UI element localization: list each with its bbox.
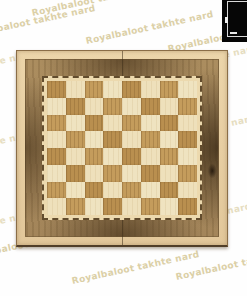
square-a2 xyxy=(47,182,66,199)
board-inlay-panel xyxy=(42,76,202,220)
square-f7 xyxy=(141,98,160,115)
square-g4 xyxy=(160,148,179,165)
square-d2 xyxy=(103,182,122,199)
olive-wood-frame xyxy=(25,59,219,237)
brand-logo-mark xyxy=(225,17,228,23)
square-a3 xyxy=(47,165,66,182)
square-e8 xyxy=(122,81,141,98)
square-f4 xyxy=(141,148,160,165)
square-h5 xyxy=(178,131,197,148)
square-d5 xyxy=(103,131,122,148)
square-a5 xyxy=(47,131,66,148)
product-photo: { "game": "chess", "position": { "fen": … xyxy=(0,0,247,296)
square-b6 xyxy=(66,115,85,132)
square-d8 xyxy=(103,81,122,98)
square-e6 xyxy=(122,115,141,132)
square-c8 xyxy=(85,81,104,98)
square-g5 xyxy=(160,131,179,148)
square-a1 xyxy=(47,198,66,215)
chess-board xyxy=(16,50,228,247)
square-a8 xyxy=(47,81,66,98)
board-outer-edge xyxy=(16,50,228,247)
square-g3 xyxy=(160,165,179,182)
board-grid xyxy=(47,81,197,215)
square-h6 xyxy=(178,115,197,132)
square-h4 xyxy=(178,148,197,165)
brand-logo-mark-small xyxy=(230,32,237,34)
square-c7 xyxy=(85,98,104,115)
square-b4 xyxy=(66,148,85,165)
square-b5 xyxy=(66,131,85,148)
square-b8 xyxy=(66,81,85,98)
square-h2 xyxy=(178,182,197,199)
square-d3 xyxy=(103,165,122,182)
square-a7 xyxy=(47,98,66,115)
square-c6 xyxy=(85,115,104,132)
square-d4 xyxy=(103,148,122,165)
square-b1 xyxy=(66,198,85,215)
square-f6 xyxy=(141,115,160,132)
square-c1 xyxy=(85,198,104,215)
square-e5 xyxy=(122,131,141,148)
square-e1 xyxy=(122,198,141,215)
square-a4 xyxy=(47,148,66,165)
center-seam-bottom xyxy=(122,220,123,245)
square-h3 xyxy=(178,165,197,182)
square-b3 xyxy=(66,165,85,182)
square-g6 xyxy=(160,115,179,132)
center-seam-top xyxy=(122,51,123,76)
square-a6 xyxy=(47,115,66,132)
square-f1 xyxy=(141,198,160,215)
square-d1 xyxy=(103,198,122,215)
square-b7 xyxy=(66,98,85,115)
square-f3 xyxy=(141,165,160,182)
square-c4 xyxy=(85,148,104,165)
square-f2 xyxy=(141,182,160,199)
square-b2 xyxy=(66,182,85,199)
square-c5 xyxy=(85,131,104,148)
square-h1 xyxy=(178,198,197,215)
square-e7 xyxy=(122,98,141,115)
square-f8 xyxy=(141,81,160,98)
square-f5 xyxy=(141,131,160,148)
square-d6 xyxy=(103,115,122,132)
square-g1 xyxy=(160,198,179,215)
square-h7 xyxy=(178,98,197,115)
square-c3 xyxy=(85,165,104,182)
square-e3 xyxy=(122,165,141,182)
square-h8 xyxy=(178,81,197,98)
square-e4 xyxy=(122,148,141,165)
square-g8 xyxy=(160,81,179,98)
square-g2 xyxy=(160,182,179,199)
square-g7 xyxy=(160,98,179,115)
square-d7 xyxy=(103,98,122,115)
square-c2 xyxy=(85,182,104,199)
square-e2 xyxy=(122,182,141,199)
brand-logo-badge xyxy=(222,0,247,42)
